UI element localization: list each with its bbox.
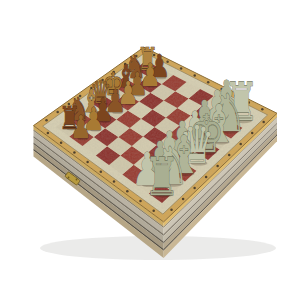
clasp-screw [76, 179, 78, 181]
scene-svg: ♜♟♞♟♝♟♚♛♟♝♟♟♞♜♟♟♜♟♞♟♟♝♟♚♟♛♟♝♟♞♟♜ [0, 0, 300, 300]
piece-white-rook-a1: ♜ [144, 146, 180, 207]
clasp-screw [68, 177, 70, 179]
chess-set-photo: ♜♟♞♟♝♟♚♛♟♝♟♟♞♜♟♟♜♟♞♟♟♝♟♚♟♛♟♝♟♞♟♜ [0, 0, 300, 300]
piece-black-pawn-a7: ♟ [70, 109, 92, 146]
